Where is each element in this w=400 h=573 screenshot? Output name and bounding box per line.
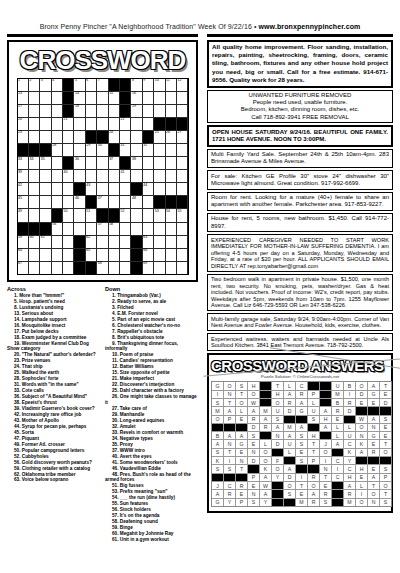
cell bbox=[177, 223, 187, 235]
cell: N bbox=[224, 440, 235, 447]
cell: N bbox=[224, 391, 235, 398]
cell bbox=[177, 92, 187, 104]
block-cell bbox=[109, 144, 119, 156]
cell bbox=[177, 144, 187, 156]
cell: J bbox=[320, 440, 331, 447]
cell: T bbox=[236, 391, 247, 398]
ad-furniture-removal: UNWANTED FURNITURE REMOVEDPeople need us… bbox=[207, 90, 393, 124]
cell: J bbox=[212, 482, 223, 489]
cell: W bbox=[248, 399, 259, 406]
cell bbox=[86, 105, 96, 117]
cell: 64 bbox=[18, 249, 28, 261]
ad-kitchen-for-sale: For sale: Kitchen GE Profile 30" stove 2… bbox=[207, 170, 393, 189]
cell: O bbox=[356, 382, 367, 389]
cell: U bbox=[272, 407, 283, 414]
cell: 31 bbox=[120, 144, 130, 156]
cell bbox=[131, 118, 141, 130]
cell: H bbox=[320, 416, 331, 423]
block-cell bbox=[320, 399, 331, 406]
clue: 9. Thanksgiving dinner focus, informally bbox=[105, 341, 198, 353]
cell bbox=[97, 236, 107, 248]
ad-line: People need used, usable furniture. bbox=[211, 99, 389, 106]
cell: A bbox=[368, 416, 379, 423]
cell: D bbox=[344, 407, 355, 414]
block-cell bbox=[224, 424, 235, 431]
cell-number: 66 bbox=[143, 248, 147, 252]
cell: E bbox=[236, 490, 247, 497]
cell: A bbox=[260, 490, 271, 497]
block-cell bbox=[29, 223, 39, 235]
cell bbox=[120, 223, 130, 235]
cell: 3 bbox=[40, 79, 50, 91]
block-cell bbox=[308, 382, 319, 389]
cell: S bbox=[320, 499, 331, 506]
cell bbox=[131, 170, 141, 182]
answers-grid: GOSHTLCUBOATINTOHARPMIDGESTOWORALBREEDMA… bbox=[211, 381, 392, 506]
block-cell bbox=[74, 236, 84, 248]
cell: H bbox=[272, 391, 283, 398]
cell: S bbox=[380, 499, 391, 506]
cell: E bbox=[248, 482, 259, 489]
cell bbox=[52, 131, 62, 143]
cell: H bbox=[344, 474, 355, 481]
cell-number: 25 bbox=[155, 130, 159, 134]
cell bbox=[97, 157, 107, 169]
ad-open-house: OPEN HOUSE SATURDAY 9/24/16. BEAUTIFUL O… bbox=[207, 125, 393, 146]
cell bbox=[74, 170, 84, 182]
cell: 34 bbox=[29, 157, 39, 169]
cell-number: 67 bbox=[18, 261, 22, 265]
ad-home-improvement: All quality home improvement. Floor sand… bbox=[207, 40, 393, 88]
cell: B bbox=[344, 382, 355, 389]
cell-number: 6 bbox=[86, 78, 88, 82]
cell bbox=[131, 209, 141, 221]
cell: 61 bbox=[40, 236, 50, 248]
block-cell bbox=[63, 79, 73, 91]
cell-number: 15 bbox=[109, 91, 113, 95]
cell bbox=[29, 170, 39, 182]
cell: S bbox=[248, 432, 259, 439]
cell: 11 bbox=[166, 79, 176, 91]
cell: L bbox=[236, 407, 247, 414]
cell: A bbox=[284, 465, 295, 472]
cell: I bbox=[296, 474, 307, 481]
cell: A bbox=[212, 440, 223, 447]
cell bbox=[63, 183, 73, 195]
cell-number: 60 bbox=[29, 235, 33, 239]
cell: S bbox=[308, 416, 319, 423]
cell: D bbox=[356, 391, 367, 398]
block-cell bbox=[143, 131, 153, 143]
cell: N bbox=[368, 499, 379, 506]
block-cell bbox=[260, 399, 271, 406]
cell: A bbox=[260, 474, 271, 481]
cell: T bbox=[368, 482, 379, 489]
cell bbox=[52, 118, 62, 130]
cell: U bbox=[308, 407, 319, 414]
cell: S bbox=[380, 465, 391, 472]
cell: U bbox=[284, 440, 295, 447]
block-cell bbox=[320, 432, 331, 439]
cell-number: 32 bbox=[143, 143, 147, 147]
cell: 28 bbox=[52, 144, 62, 156]
cell: H bbox=[356, 465, 367, 472]
answers-caption: Puzzle Solution: © OnlineCrosswords.net bbox=[211, 374, 389, 379]
cell: 16 bbox=[131, 92, 141, 104]
answers-section: CROSSWORD ANSWERS Puzzle Solution: © Onl… bbox=[207, 353, 393, 512]
cell bbox=[97, 249, 107, 261]
cell: O bbox=[212, 416, 223, 423]
cell: S bbox=[212, 465, 223, 472]
cell bbox=[40, 105, 50, 117]
cell: L bbox=[332, 432, 343, 439]
cell bbox=[86, 170, 96, 182]
cell bbox=[63, 131, 73, 143]
cell: 56 bbox=[52, 223, 62, 235]
block-cell bbox=[86, 262, 96, 274]
cell bbox=[154, 144, 164, 156]
cell: S bbox=[224, 465, 235, 472]
block-cell bbox=[332, 449, 343, 456]
cell-number: 63 bbox=[143, 235, 147, 239]
cell bbox=[166, 183, 176, 195]
cell: K bbox=[356, 440, 367, 447]
header-text: Bronx Penny Pincher "A Neighborhood Trad… bbox=[40, 23, 257, 30]
crossword-box: CROSSWORD 123456789101112131415161718192… bbox=[7, 40, 198, 282]
cell bbox=[109, 183, 119, 195]
block-cell bbox=[368, 457, 379, 464]
cell: 20 bbox=[18, 118, 28, 130]
block-cell bbox=[332, 482, 343, 489]
cell: L bbox=[284, 382, 295, 389]
cell: E bbox=[296, 449, 307, 456]
cell: P bbox=[248, 474, 259, 481]
cell bbox=[97, 105, 107, 117]
cell: C bbox=[224, 482, 235, 489]
block-cell bbox=[131, 249, 141, 261]
block-cell bbox=[368, 407, 379, 414]
cell: 45 bbox=[18, 196, 28, 208]
cell: S bbox=[212, 449, 223, 456]
cell bbox=[74, 209, 84, 221]
cell: 26 bbox=[166, 131, 176, 143]
cell bbox=[131, 144, 141, 156]
cell: K bbox=[212, 457, 223, 464]
cell: S bbox=[212, 399, 223, 406]
cell bbox=[131, 131, 141, 143]
cell bbox=[40, 92, 50, 104]
cell: 53 bbox=[154, 209, 164, 221]
cell: 4 bbox=[52, 79, 62, 91]
cell bbox=[131, 223, 141, 235]
cell bbox=[143, 157, 153, 169]
cell: 36 bbox=[74, 157, 84, 169]
cell: Y bbox=[260, 499, 271, 506]
ad-caregiver-needed: EXPERIENCED CAREGIVER NEEDED TO START WO… bbox=[207, 234, 393, 272]
cell: Y bbox=[272, 474, 283, 481]
cell: O bbox=[320, 449, 331, 456]
cell: T bbox=[380, 382, 391, 389]
block-cell bbox=[166, 196, 176, 208]
cell: R bbox=[344, 399, 355, 406]
block-cell bbox=[177, 196, 187, 208]
cell: 63 bbox=[143, 236, 153, 248]
cell: O bbox=[272, 399, 283, 406]
block-cell bbox=[40, 144, 50, 156]
cell bbox=[52, 170, 62, 182]
cell: E bbox=[368, 465, 379, 472]
cell: 21 bbox=[63, 118, 73, 130]
cell: M bbox=[296, 499, 307, 506]
cell: 30 bbox=[97, 144, 107, 156]
cell: E bbox=[332, 416, 343, 423]
cell bbox=[177, 262, 187, 274]
cell bbox=[177, 249, 187, 261]
cell: T bbox=[308, 449, 319, 456]
cell: 66 bbox=[143, 249, 153, 261]
cell: 19 bbox=[131, 105, 141, 117]
cell-number: 35 bbox=[41, 157, 45, 161]
cell: S bbox=[296, 440, 307, 447]
cell: M bbox=[284, 424, 295, 431]
cell bbox=[154, 170, 164, 182]
cell bbox=[52, 92, 62, 104]
cell bbox=[120, 196, 130, 208]
cell: 38 bbox=[131, 157, 141, 169]
cell: C bbox=[332, 457, 343, 464]
newspaper-page: Bronx Penny Pincher "A Neighborhood Trad… bbox=[0, 0, 400, 573]
block-cell bbox=[272, 490, 283, 497]
cell: A bbox=[308, 490, 319, 497]
cell bbox=[154, 105, 164, 117]
block-cell bbox=[86, 196, 96, 208]
cell: C bbox=[332, 474, 343, 481]
cell: M bbox=[344, 499, 355, 506]
cell: T bbox=[320, 474, 331, 481]
cell: O bbox=[368, 490, 379, 497]
block-cell bbox=[154, 196, 164, 208]
cell: A bbox=[212, 490, 223, 497]
clue: 19. Westminster Kennel Club Dog Show cat… bbox=[7, 341, 100, 353]
cell-number: 38 bbox=[132, 157, 136, 161]
cell: 13 bbox=[18, 92, 28, 104]
crossword-grid: 1234567891011121314151617181920212223242… bbox=[17, 78, 189, 275]
cell-number: 37 bbox=[109, 157, 113, 161]
cell: 49 bbox=[18, 209, 28, 221]
cell bbox=[154, 157, 164, 169]
cell-number: 3 bbox=[41, 78, 43, 82]
cell: 51 bbox=[86, 209, 96, 221]
clue: 63. Voice below soprano bbox=[7, 477, 100, 483]
cell: L bbox=[356, 482, 367, 489]
block-cell bbox=[154, 118, 164, 130]
cell bbox=[40, 118, 50, 130]
cell: N bbox=[356, 432, 367, 439]
cell-number: 9 bbox=[143, 78, 145, 82]
cell: E bbox=[356, 474, 367, 481]
ad-line: Call 718-892-3941 FREE REMOVAL bbox=[211, 114, 389, 121]
cell bbox=[52, 249, 62, 261]
ad-garage-sale: Multi-family garage sale, Saturday 9/24,… bbox=[207, 313, 393, 331]
cell: I bbox=[332, 465, 343, 472]
cell bbox=[52, 262, 62, 274]
cell: 24 bbox=[109, 131, 119, 143]
cell-number: 31 bbox=[121, 143, 125, 147]
cell bbox=[40, 183, 50, 195]
cell: O bbox=[248, 391, 259, 398]
ad-line: Bedroom, kitchen, dinning room, dishes, … bbox=[211, 106, 389, 113]
cell-number: 4 bbox=[52, 78, 54, 82]
block-cell bbox=[74, 262, 84, 274]
clue-lists: Across 1. More than "hmmm!"5. Hosp. pati… bbox=[7, 286, 198, 543]
cell: M bbox=[260, 407, 271, 414]
block-cell bbox=[109, 79, 119, 91]
cell bbox=[29, 262, 39, 274]
cell-number: 18 bbox=[75, 104, 79, 108]
cell-number: 51 bbox=[86, 209, 90, 213]
cell-number: 30 bbox=[98, 143, 102, 147]
cell: P bbox=[308, 457, 319, 464]
cell: G bbox=[368, 432, 379, 439]
cell: 59 bbox=[18, 236, 28, 248]
cell bbox=[120, 183, 130, 195]
block-cell bbox=[212, 474, 223, 481]
cell: L bbox=[260, 440, 271, 447]
cell: O bbox=[260, 449, 271, 456]
cell: S bbox=[248, 499, 259, 506]
cell: T bbox=[380, 440, 391, 447]
block-cell bbox=[272, 482, 283, 489]
crossword-masthead: CROSSWORD bbox=[12, 45, 193, 75]
block-cell bbox=[272, 499, 283, 506]
cell: O bbox=[308, 482, 319, 489]
cell: A bbox=[332, 440, 343, 447]
cell: 42 bbox=[18, 183, 28, 195]
block-cell bbox=[131, 183, 141, 195]
cell: 35 bbox=[40, 157, 50, 169]
cell bbox=[63, 249, 73, 261]
cell-number: 39 bbox=[18, 170, 22, 174]
block-cell bbox=[260, 382, 271, 389]
cell: C bbox=[344, 440, 355, 447]
cell bbox=[109, 118, 119, 130]
cell: 54 bbox=[166, 209, 176, 221]
cell: 55 bbox=[177, 209, 187, 221]
cell bbox=[52, 105, 62, 117]
cell: E bbox=[236, 449, 247, 456]
page-header: Bronx Penny Pincher "A Neighborhood Trad… bbox=[0, 0, 400, 30]
cell: E bbox=[236, 416, 247, 423]
cell: A bbox=[224, 407, 235, 414]
right-rule bbox=[207, 34, 393, 37]
cell: Y bbox=[344, 457, 355, 464]
cell: R bbox=[284, 399, 295, 406]
cell bbox=[40, 249, 50, 261]
cell: 68 bbox=[97, 262, 107, 274]
cell: I bbox=[320, 457, 331, 464]
cell-number: 40 bbox=[64, 170, 68, 174]
cell bbox=[154, 183, 164, 195]
cell: I bbox=[344, 391, 355, 398]
cell bbox=[154, 223, 164, 235]
cell: M bbox=[332, 391, 343, 398]
cell: 60 bbox=[29, 236, 39, 248]
cell-number: 44 bbox=[143, 183, 147, 187]
cell bbox=[166, 223, 176, 235]
cell bbox=[40, 196, 50, 208]
cell: 5 bbox=[74, 79, 84, 91]
cell-number: 20 bbox=[18, 117, 22, 121]
block-cell bbox=[212, 424, 223, 431]
cell: C bbox=[296, 382, 307, 389]
block-cell bbox=[308, 424, 319, 431]
crossword-column: CROSSWORD 123456789101112131415161718192… bbox=[7, 34, 198, 543]
cell: M bbox=[212, 407, 223, 414]
across-header: Across bbox=[7, 286, 100, 293]
cell: L bbox=[284, 449, 295, 456]
block-cell bbox=[74, 249, 84, 261]
cell: O bbox=[224, 382, 235, 389]
cell: 43 bbox=[86, 183, 96, 195]
block-cell bbox=[131, 236, 141, 248]
cell bbox=[86, 92, 96, 104]
cell: G bbox=[368, 391, 379, 398]
cell bbox=[143, 196, 153, 208]
cell: A bbox=[272, 424, 283, 431]
cell: A bbox=[248, 407, 259, 414]
cell: R bbox=[332, 407, 343, 414]
cell bbox=[143, 105, 153, 117]
cell: H bbox=[248, 382, 259, 389]
cell: A bbox=[356, 449, 367, 456]
cell: R bbox=[260, 424, 271, 431]
cell bbox=[166, 236, 176, 248]
block-cell bbox=[120, 92, 130, 104]
block-cell bbox=[236, 474, 247, 481]
cell-number: 5 bbox=[75, 78, 77, 82]
cell: A bbox=[260, 416, 271, 423]
cell: 10 bbox=[154, 79, 164, 91]
cell bbox=[29, 183, 39, 195]
block-cell bbox=[284, 416, 295, 423]
ad-help-wanted: Experienced waitress, waiters and barmai… bbox=[207, 333, 393, 351]
cell bbox=[166, 170, 176, 182]
block-cell bbox=[29, 144, 39, 156]
cell: A bbox=[344, 482, 355, 489]
cell: H bbox=[308, 432, 319, 439]
cell-number: 29 bbox=[86, 143, 90, 147]
cell-number: 54 bbox=[166, 209, 170, 213]
cell: 7 bbox=[97, 79, 107, 91]
block-cell bbox=[296, 416, 307, 423]
cell bbox=[120, 262, 130, 274]
clue: 18. Exam judged by a committee bbox=[7, 335, 100, 341]
cell-number: 55 bbox=[177, 209, 181, 213]
cell bbox=[63, 223, 73, 235]
cell: A bbox=[320, 407, 331, 414]
cell bbox=[177, 183, 187, 195]
cell-number: 22 bbox=[121, 117, 125, 121]
block-cell bbox=[120, 157, 130, 169]
cell: R bbox=[320, 490, 331, 497]
cell bbox=[166, 92, 176, 104]
block-cell bbox=[120, 105, 130, 117]
cell: 57 bbox=[97, 223, 107, 235]
cell: S bbox=[296, 457, 307, 464]
cell bbox=[166, 157, 176, 169]
block-cell bbox=[320, 391, 331, 398]
block-cell bbox=[260, 432, 271, 439]
